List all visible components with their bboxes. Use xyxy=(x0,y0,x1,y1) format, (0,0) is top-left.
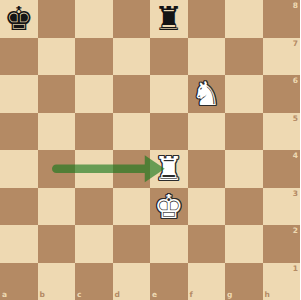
square-c2[interactable] xyxy=(75,225,113,263)
square-g7[interactable] xyxy=(225,38,263,76)
square-h7[interactable]: 7 xyxy=(263,38,301,76)
square-g4[interactable] xyxy=(225,150,263,188)
black-king-a8[interactable]: ♚ xyxy=(0,0,38,38)
rank-label-3: 3 xyxy=(293,190,298,198)
square-b8[interactable] xyxy=(38,0,76,38)
rank-label-7: 7 xyxy=(293,40,298,48)
square-f2[interactable] xyxy=(188,225,226,263)
square-e4[interactable]: ♜ xyxy=(150,150,188,188)
square-h3[interactable]: 3 xyxy=(263,188,301,226)
square-f8[interactable] xyxy=(188,0,226,38)
rank-label-8: 8 xyxy=(293,2,298,10)
square-a3[interactable] xyxy=(0,188,38,226)
square-a2[interactable] xyxy=(0,225,38,263)
white-rook-e4[interactable]: ♜ xyxy=(150,150,188,188)
square-e7[interactable] xyxy=(150,38,188,76)
white-king-e3[interactable]: ♚ xyxy=(150,188,188,226)
rank-label-1: 1 xyxy=(293,265,298,273)
square-e8[interactable]: ♜ xyxy=(150,0,188,38)
file-label-f: f xyxy=(190,291,193,299)
square-b3[interactable] xyxy=(38,188,76,226)
square-b5[interactable] xyxy=(38,113,76,151)
square-g3[interactable] xyxy=(225,188,263,226)
square-a5[interactable] xyxy=(0,113,38,151)
square-a1[interactable]: a xyxy=(0,263,38,300)
square-a7[interactable] xyxy=(0,38,38,76)
square-d1[interactable]: d xyxy=(113,263,151,300)
file-label-c: c xyxy=(77,291,81,299)
square-c6[interactable] xyxy=(75,75,113,113)
file-label-d: d xyxy=(115,291,120,299)
file-label-b: b xyxy=(40,291,45,299)
square-h6[interactable]: 6 xyxy=(263,75,301,113)
square-a6[interactable] xyxy=(0,75,38,113)
square-h4[interactable]: 4 xyxy=(263,150,301,188)
square-c3[interactable] xyxy=(75,188,113,226)
square-f7[interactable] xyxy=(188,38,226,76)
rank-label-2: 2 xyxy=(293,227,298,235)
square-b7[interactable] xyxy=(38,38,76,76)
square-b1[interactable]: b xyxy=(38,263,76,300)
square-h2[interactable]: 2 xyxy=(263,225,301,263)
square-h8[interactable]: 8 xyxy=(263,0,301,38)
square-f5[interactable] xyxy=(188,113,226,151)
square-c4[interactable] xyxy=(75,150,113,188)
square-e5[interactable] xyxy=(150,113,188,151)
rank-label-4: 4 xyxy=(293,152,298,160)
square-g5[interactable] xyxy=(225,113,263,151)
square-f3[interactable] xyxy=(188,188,226,226)
square-g1[interactable]: g xyxy=(225,263,263,300)
square-d5[interactable] xyxy=(113,113,151,151)
square-f1[interactable]: f xyxy=(188,263,226,300)
file-label-e: e xyxy=(152,291,157,299)
square-c5[interactable] xyxy=(75,113,113,151)
white-knight-f6[interactable]: ♞ xyxy=(188,75,226,113)
square-g6[interactable] xyxy=(225,75,263,113)
square-b2[interactable] xyxy=(38,225,76,263)
square-a8[interactable]: ♚ xyxy=(0,0,38,38)
square-e2[interactable] xyxy=(150,225,188,263)
square-e6[interactable] xyxy=(150,75,188,113)
square-a4[interactable] xyxy=(0,150,38,188)
chess-board: ♚♜87♞65♜4♚32abcdefg1h xyxy=(0,0,300,300)
square-d2[interactable] xyxy=(113,225,151,263)
square-b6[interactable] xyxy=(38,75,76,113)
square-b4[interactable] xyxy=(38,150,76,188)
square-f4[interactable] xyxy=(188,150,226,188)
file-label-h: h xyxy=(265,291,270,299)
square-d3[interactable] xyxy=(113,188,151,226)
square-d4[interactable] xyxy=(113,150,151,188)
rank-label-5: 5 xyxy=(293,115,298,123)
square-d8[interactable] xyxy=(113,0,151,38)
square-c8[interactable] xyxy=(75,0,113,38)
square-c7[interactable] xyxy=(75,38,113,76)
square-g2[interactable] xyxy=(225,225,263,263)
square-g8[interactable] xyxy=(225,0,263,38)
rank-label-6: 6 xyxy=(293,77,298,85)
file-label-a: a xyxy=(2,291,7,299)
square-e3[interactable]: ♚ xyxy=(150,188,188,226)
square-e1[interactable]: e xyxy=(150,263,188,300)
black-rook-e8[interactable]: ♜ xyxy=(150,0,188,38)
square-c1[interactable]: c xyxy=(75,263,113,300)
square-h1[interactable]: 1h xyxy=(263,263,301,300)
file-label-g: g xyxy=(227,291,232,299)
square-f6[interactable]: ♞ xyxy=(188,75,226,113)
square-h5[interactable]: 5 xyxy=(263,113,301,151)
square-d7[interactable] xyxy=(113,38,151,76)
square-d6[interactable] xyxy=(113,75,151,113)
